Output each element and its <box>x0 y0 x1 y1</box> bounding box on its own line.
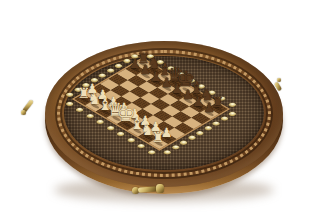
left-clasp-icon <box>19 97 37 119</box>
chess-piece-bP: ♟ <box>197 101 221 114</box>
product-photo-stage: ♜♞♝♛♚♝♞♜♟♟♟♟♟♟♟♟♟♟♟♟♟♟♟♟♜♞♝♛♚♝♞♜ <box>0 0 320 214</box>
front-latch-hook <box>156 184 164 193</box>
left-clasp-tip <box>21 110 26 115</box>
chess-piece-wR: ♜ <box>146 130 170 144</box>
front-latch-icon <box>131 181 165 197</box>
right-clasp-tip <box>277 78 281 82</box>
right-clasp-arm <box>274 82 282 92</box>
front-latch-bar <box>138 186 157 193</box>
right-clasp-icon <box>271 77 284 92</box>
